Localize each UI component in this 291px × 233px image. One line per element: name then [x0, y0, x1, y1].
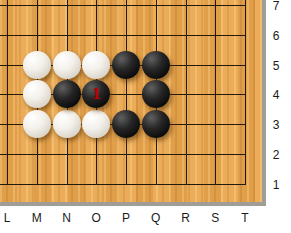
row-label-6: 6	[266, 28, 286, 44]
stone-black	[142, 51, 170, 79]
stone-white	[23, 80, 51, 108]
stone-black	[142, 110, 170, 138]
stone-white	[23, 51, 51, 79]
stone-black	[112, 110, 140, 138]
move-number-label: 1	[82, 80, 110, 108]
column-label-T: T	[235, 211, 255, 225]
column-label-S: S	[205, 211, 225, 225]
stone-black	[142, 80, 170, 108]
row-label-4: 4	[266, 87, 286, 103]
column-label-O: O	[86, 211, 106, 225]
column-label-N: N	[57, 211, 77, 225]
go-board-screenshot: 1 LMNOPQRST 7654321	[0, 0, 291, 233]
stone-white	[82, 51, 110, 79]
stone-black	[53, 80, 81, 108]
column-label-L: L	[0, 211, 17, 225]
stone-black	[112, 51, 140, 79]
column-label-Q: Q	[146, 211, 166, 225]
row-label-3: 3	[266, 117, 286, 133]
row-label-5: 5	[266, 58, 286, 74]
stone-white	[23, 110, 51, 138]
row-label-1: 1	[266, 177, 286, 193]
column-label-M: M	[27, 211, 47, 225]
stone-white	[53, 110, 81, 138]
column-label-R: R	[176, 211, 196, 225]
row-label-2: 2	[266, 147, 286, 163]
row-label-7: 7	[266, 0, 286, 14]
column-label-P: P	[116, 211, 136, 225]
stone-black: 1	[82, 80, 110, 108]
go-board[interactable]: 1	[0, 0, 266, 206]
stone-white	[53, 51, 81, 79]
